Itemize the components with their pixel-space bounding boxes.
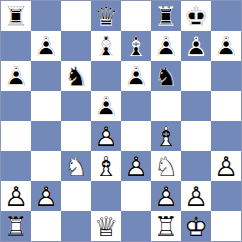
square-c3[interactable]: ♞♘ — [61, 151, 91, 181]
square-g3[interactable] — [181, 151, 211, 181]
piece-white-pawn[interactable]: ♟♙ — [31, 181, 61, 211]
square-g7[interactable]: ♟♙ — [181, 31, 211, 61]
square-g8[interactable]: ♚♔ — [181, 1, 211, 31]
square-f7[interactable]: ♟♙ — [151, 31, 181, 61]
black-knight-detail: ♘ — [61, 61, 91, 91]
square-g4[interactable] — [181, 121, 211, 151]
square-d5[interactable]: ♟♙ — [91, 91, 121, 121]
square-d7[interactable]: ♝♗ — [91, 31, 121, 61]
black-rook-detail: ♖ — [151, 1, 181, 31]
square-h1[interactable] — [211, 211, 241, 241]
piece-black-king[interactable]: ♚♔ — [181, 1, 211, 31]
square-f8[interactable]: ♜♖ — [151, 1, 181, 31]
square-c1[interactable] — [61, 211, 91, 241]
chess-board: ♜♖♛♕♜♖♚♔♟♙♝♗♝♗♟♙♟♙♟♙♟♙♞♘♟♙♞♘♟♙♟♙♝♗♞♘♝♗♟♙… — [0, 0, 242, 242]
black-pawn-detail: ♙ — [151, 31, 181, 61]
square-a7[interactable] — [1, 31, 31, 61]
square-c6[interactable]: ♞♘ — [61, 61, 91, 91]
square-g6[interactable] — [181, 61, 211, 91]
square-d8[interactable]: ♛♕ — [91, 1, 121, 31]
square-h3[interactable]: ♟♙ — [211, 151, 241, 181]
piece-white-rook[interactable]: ♜♖ — [1, 211, 31, 241]
square-h8[interactable] — [211, 1, 241, 31]
square-e8[interactable] — [121, 1, 151, 31]
piece-black-rook[interactable]: ♜♖ — [1, 1, 31, 31]
square-e3[interactable]: ♟♙ — [121, 151, 151, 181]
black-bishop-detail: ♗ — [91, 31, 121, 61]
piece-black-pawn[interactable]: ♟♙ — [181, 31, 211, 61]
piece-white-pawn[interactable]: ♟♙ — [121, 151, 151, 181]
white-pawn-detail: ♙ — [211, 151, 241, 181]
white-knight-detail: ♘ — [151, 151, 181, 181]
white-bishop-detail: ♗ — [91, 151, 121, 181]
white-pawn-detail: ♙ — [91, 121, 121, 151]
square-e4[interactable] — [121, 121, 151, 151]
piece-black-knight[interactable]: ♞♘ — [151, 61, 181, 91]
piece-white-knight[interactable]: ♞♘ — [151, 151, 181, 181]
black-king-detail: ♔ — [181, 1, 211, 31]
white-pawn-detail: ♙ — [151, 181, 181, 211]
square-f1[interactable]: ♜♖ — [151, 211, 181, 241]
black-pawn-detail: ♙ — [181, 31, 211, 61]
square-d1[interactable]: ♛♕ — [91, 211, 121, 241]
white-pawn-detail: ♙ — [121, 151, 151, 181]
white-king-detail: ♔ — [181, 211, 211, 241]
square-c8[interactable] — [61, 1, 91, 31]
square-c7[interactable] — [61, 31, 91, 61]
piece-white-rook[interactable]: ♜♖ — [151, 211, 181, 241]
black-pawn-detail: ♙ — [121, 61, 151, 91]
piece-black-pawn[interactable]: ♟♙ — [31, 31, 61, 61]
piece-black-queen[interactable]: ♛♕ — [91, 1, 121, 31]
square-f2[interactable]: ♟♙ — [151, 181, 181, 211]
piece-white-bishop[interactable]: ♝♗ — [151, 121, 181, 151]
piece-white-pawn[interactable]: ♟♙ — [91, 121, 121, 151]
piece-white-pawn[interactable]: ♟♙ — [1, 181, 31, 211]
square-a2[interactable]: ♟♙ — [1, 181, 31, 211]
square-b8[interactable] — [31, 1, 61, 31]
square-b6[interactable] — [31, 61, 61, 91]
black-pawn-detail: ♙ — [31, 31, 61, 61]
square-b5[interactable] — [31, 91, 61, 121]
square-h4[interactable] — [211, 121, 241, 151]
square-b7[interactable]: ♟♙ — [31, 31, 61, 61]
square-e5[interactable] — [121, 91, 151, 121]
piece-black-bishop[interactable]: ♝♗ — [91, 31, 121, 61]
black-rook-detail: ♖ — [1, 1, 31, 31]
piece-white-pawn[interactable]: ♟♙ — [211, 151, 241, 181]
square-f3[interactable]: ♞♘ — [151, 151, 181, 181]
square-h5[interactable] — [211, 91, 241, 121]
square-d6[interactable] — [91, 61, 121, 91]
black-pawn-detail: ♙ — [1, 61, 31, 91]
square-g2[interactable]: ♟♙ — [181, 181, 211, 211]
square-e7[interactable]: ♝♗ — [121, 31, 151, 61]
black-pawn-detail: ♙ — [91, 91, 121, 121]
piece-black-pawn[interactable]: ♟♙ — [121, 61, 151, 91]
white-rook-detail: ♖ — [151, 211, 181, 241]
piece-black-bishop[interactable]: ♝♗ — [121, 31, 151, 61]
square-c4[interactable] — [61, 121, 91, 151]
square-h7[interactable]: ♟♙ — [211, 31, 241, 61]
square-e2[interactable] — [121, 181, 151, 211]
square-d2[interactable] — [91, 181, 121, 211]
piece-black-rook[interactable]: ♜♖ — [151, 1, 181, 31]
piece-black-knight[interactable]: ♞♘ — [61, 61, 91, 91]
square-b3[interactable] — [31, 151, 61, 181]
white-pawn-detail: ♙ — [31, 181, 61, 211]
black-bishop-detail: ♗ — [121, 31, 151, 61]
white-rook-detail: ♖ — [1, 211, 31, 241]
piece-white-queen[interactable]: ♛♕ — [91, 211, 121, 241]
square-c5[interactable] — [61, 91, 91, 121]
square-a4[interactable] — [1, 121, 31, 151]
piece-black-pawn[interactable]: ♟♙ — [91, 91, 121, 121]
piece-white-pawn[interactable]: ♟♙ — [181, 181, 211, 211]
square-g5[interactable] — [181, 91, 211, 121]
square-f6[interactable]: ♞♘ — [151, 61, 181, 91]
square-a3[interactable] — [1, 151, 31, 181]
white-pawn-detail: ♙ — [1, 181, 31, 211]
white-pawn-detail: ♙ — [181, 181, 211, 211]
square-f5[interactable] — [151, 91, 181, 121]
square-f4[interactable]: ♝♗ — [151, 121, 181, 151]
square-a1[interactable]: ♜♖ — [1, 211, 31, 241]
piece-black-pawn[interactable]: ♟♙ — [151, 31, 181, 61]
square-h2[interactable] — [211, 181, 241, 211]
square-b2[interactable]: ♟♙ — [31, 181, 61, 211]
square-g1[interactable]: ♚♔ — [181, 211, 211, 241]
square-a5[interactable] — [1, 91, 31, 121]
white-bishop-detail: ♗ — [151, 121, 181, 151]
black-queen-detail: ♕ — [91, 1, 121, 31]
square-b4[interactable] — [31, 121, 61, 151]
piece-white-bishop[interactable]: ♝♗ — [91, 151, 121, 181]
black-pawn-detail: ♙ — [211, 31, 241, 61]
square-d3[interactable]: ♝♗ — [91, 151, 121, 181]
square-e6[interactable]: ♟♙ — [121, 61, 151, 91]
piece-white-knight[interactable]: ♞♘ — [61, 151, 91, 181]
piece-white-king[interactable]: ♚♔ — [181, 211, 211, 241]
piece-white-pawn[interactable]: ♟♙ — [151, 181, 181, 211]
piece-black-pawn[interactable]: ♟♙ — [211, 31, 241, 61]
square-c2[interactable] — [61, 181, 91, 211]
square-h6[interactable] — [211, 61, 241, 91]
square-b1[interactable] — [31, 211, 61, 241]
piece-black-pawn[interactable]: ♟♙ — [1, 61, 31, 91]
white-knight-detail: ♘ — [61, 151, 91, 181]
square-e1[interactable] — [121, 211, 151, 241]
square-a8[interactable]: ♜♖ — [1, 1, 31, 31]
square-d4[interactable]: ♟♙ — [91, 121, 121, 151]
square-a6[interactable]: ♟♙ — [1, 61, 31, 91]
white-queen-detail: ♕ — [91, 211, 121, 241]
black-knight-detail: ♘ — [151, 61, 181, 91]
